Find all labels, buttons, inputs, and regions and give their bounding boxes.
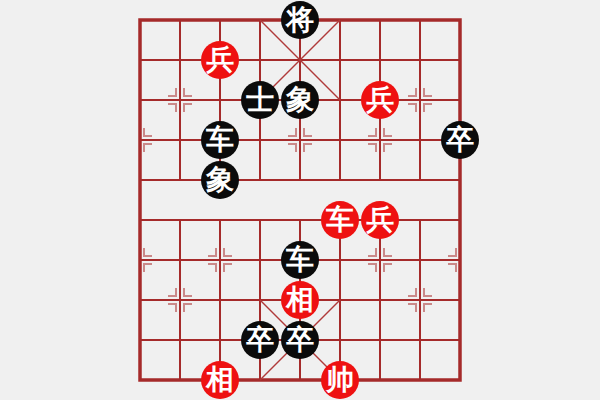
piece-black-soldier[interactable]: 卒 xyxy=(281,321,319,359)
piece-black-elephant[interactable]: 象 xyxy=(201,161,239,199)
piece-black-elephant[interactable]: 象 xyxy=(281,81,319,119)
piece-red-soldier[interactable]: 兵 xyxy=(201,41,239,79)
piece-red-general[interactable]: 帅 xyxy=(321,361,359,399)
xiangqi-diagram: 将兵士象兵车卒象车兵车相卒卒相帅 xyxy=(0,0,600,400)
piece-black-chariot[interactable]: 车 xyxy=(281,241,319,279)
piece-red-chariot[interactable]: 车 xyxy=(321,201,359,239)
piece-black-advisor[interactable]: 士 xyxy=(241,81,279,119)
piece-red-soldier[interactable]: 兵 xyxy=(361,201,399,239)
piece-red-soldier[interactable]: 兵 xyxy=(361,81,399,119)
piece-red-elephant[interactable]: 相 xyxy=(201,361,239,399)
piece-black-soldier[interactable]: 卒 xyxy=(441,121,479,159)
piece-grid: 将兵士象兵车卒象车兵车相卒卒相帅 xyxy=(120,0,480,400)
piece-black-chariot[interactable]: 车 xyxy=(201,121,239,159)
piece-black-general[interactable]: 将 xyxy=(281,1,319,39)
piece-black-soldier[interactable]: 卒 xyxy=(241,321,279,359)
piece-red-elephant[interactable]: 相 xyxy=(281,281,319,319)
